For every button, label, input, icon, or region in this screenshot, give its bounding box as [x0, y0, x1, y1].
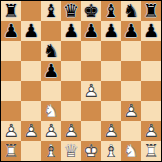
square-f4[interactable]	[101, 81, 121, 101]
square-a1[interactable]: ♜	[1, 141, 21, 161]
square-h3[interactable]	[141, 101, 161, 121]
square-b1[interactable]	[21, 141, 41, 161]
square-b6[interactable]	[21, 41, 41, 61]
square-f8[interactable]: ♝	[101, 1, 121, 21]
black-king-piece[interactable]: ♚	[81, 1, 101, 21]
square-f1[interactable]: ♝	[101, 141, 121, 161]
square-d8[interactable]: ♛	[61, 1, 81, 21]
black-pawn-piece[interactable]: ♟	[141, 21, 161, 41]
square-b7[interactable]: ♟	[21, 21, 41, 41]
square-g1[interactable]: ♞	[121, 141, 141, 161]
square-h2[interactable]: ♟	[141, 121, 161, 141]
square-g7[interactable]: ♟	[121, 21, 141, 41]
black-pawn-piece[interactable]: ♟	[1, 21, 21, 41]
black-pawn-piece[interactable]: ♟	[101, 21, 121, 41]
square-a7[interactable]: ♟	[1, 21, 21, 41]
square-e3[interactable]	[81, 101, 101, 121]
square-h5[interactable]	[141, 61, 161, 81]
white-pawn-piece[interactable]: ♟	[121, 101, 141, 121]
square-c5[interactable]: ♟	[41, 61, 61, 81]
black-pawn-piece[interactable]: ♟	[121, 21, 141, 41]
square-c1[interactable]: ♝	[41, 141, 61, 161]
white-pawn-piece[interactable]: ♟	[81, 81, 101, 101]
square-g2[interactable]	[121, 121, 141, 141]
white-pawn-piece[interactable]: ♟	[1, 121, 21, 141]
square-a5[interactable]	[1, 61, 21, 81]
square-f7[interactable]: ♟	[101, 21, 121, 41]
black-bishop-piece[interactable]: ♝	[41, 1, 61, 21]
square-c7[interactable]	[41, 21, 61, 41]
white-bishop-piece[interactable]: ♝	[41, 141, 61, 161]
square-a3[interactable]	[1, 101, 21, 121]
white-bishop-piece[interactable]: ♝	[101, 141, 121, 161]
black-knight-piece[interactable]: ♞	[41, 41, 61, 61]
square-d1[interactable]: ♛	[61, 141, 81, 161]
square-g6[interactable]	[121, 41, 141, 61]
square-d5[interactable]	[61, 61, 81, 81]
square-h1[interactable]: ♜	[141, 141, 161, 161]
square-a2[interactable]: ♟	[1, 121, 21, 141]
square-a6[interactable]	[1, 41, 21, 61]
square-d6[interactable]	[61, 41, 81, 61]
square-c6[interactable]: ♞	[41, 41, 61, 61]
square-h6[interactable]	[141, 41, 161, 61]
white-rook-piece[interactable]: ♜	[141, 141, 161, 161]
black-queen-piece[interactable]: ♛	[61, 1, 81, 21]
square-g5[interactable]	[121, 61, 141, 81]
square-d2[interactable]: ♟	[61, 121, 81, 141]
white-pawn-piece[interactable]: ♟	[41, 121, 61, 141]
square-e7[interactable]: ♟	[81, 21, 101, 41]
black-bishop-piece[interactable]: ♝	[101, 1, 121, 21]
black-pawn-piece[interactable]: ♟	[61, 21, 81, 41]
square-f5[interactable]	[101, 61, 121, 81]
white-knight-piece[interactable]: ♞	[121, 141, 141, 161]
black-pawn-piece[interactable]: ♟	[81, 21, 101, 41]
square-a4[interactable]	[1, 81, 21, 101]
square-f2[interactable]: ♟	[101, 121, 121, 141]
square-c2[interactable]: ♟	[41, 121, 61, 141]
square-e2[interactable]	[81, 121, 101, 141]
square-h8[interactable]: ♜	[141, 1, 161, 21]
square-f6[interactable]	[101, 41, 121, 61]
board-frame: ♜♝♛♚♝♞♜♟♟♟♟♟♟♟♞♟♟♞♟♟♟♟♟♟♟♜♝♛♚♝♞♜	[0, 0, 162, 162]
square-b2[interactable]: ♟	[21, 121, 41, 141]
square-d7[interactable]: ♟	[61, 21, 81, 41]
square-g4[interactable]	[121, 81, 141, 101]
black-pawn-piece[interactable]: ♟	[41, 61, 61, 81]
chess-board: ♜♝♛♚♝♞♜♟♟♟♟♟♟♟♞♟♟♞♟♟♟♟♟♟♟♜♝♛♚♝♞♜	[1, 1, 161, 161]
square-g3[interactable]: ♟	[121, 101, 141, 121]
square-b5[interactable]	[21, 61, 41, 81]
square-c8[interactable]: ♝	[41, 1, 61, 21]
black-knight-piece[interactable]: ♞	[121, 1, 141, 21]
black-rook-piece[interactable]: ♜	[141, 1, 161, 21]
white-pawn-piece[interactable]: ♟	[141, 121, 161, 141]
white-pawn-piece[interactable]: ♟	[21, 121, 41, 141]
white-pawn-piece[interactable]: ♟	[61, 121, 81, 141]
square-b4[interactable]	[21, 81, 41, 101]
white-rook-piece[interactable]: ♜	[1, 141, 21, 161]
square-h4[interactable]	[141, 81, 161, 101]
white-knight-piece[interactable]: ♞	[41, 101, 61, 121]
square-e5[interactable]	[81, 61, 101, 81]
white-king-piece[interactable]: ♚	[81, 141, 101, 161]
square-e1[interactable]: ♚	[81, 141, 101, 161]
square-h7[interactable]: ♟	[141, 21, 161, 41]
square-b3[interactable]	[21, 101, 41, 121]
square-e4[interactable]: ♟	[81, 81, 101, 101]
square-a8[interactable]: ♜	[1, 1, 21, 21]
square-d3[interactable]	[61, 101, 81, 121]
square-b8[interactable]	[21, 1, 41, 21]
square-d4[interactable]	[61, 81, 81, 101]
square-g8[interactable]: ♞	[121, 1, 141, 21]
white-queen-piece[interactable]: ♛	[61, 141, 81, 161]
square-c3[interactable]: ♞	[41, 101, 61, 121]
square-c4[interactable]	[41, 81, 61, 101]
square-e6[interactable]	[81, 41, 101, 61]
black-pawn-piece[interactable]: ♟	[21, 21, 41, 41]
black-rook-piece[interactable]: ♜	[1, 1, 21, 21]
square-f3[interactable]	[101, 101, 121, 121]
square-e8[interactable]: ♚	[81, 1, 101, 21]
white-pawn-piece[interactable]: ♟	[101, 121, 121, 141]
